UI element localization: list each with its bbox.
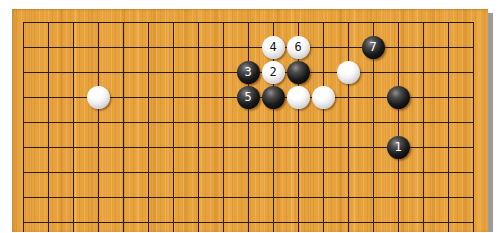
stone-black-L16 <box>262 86 285 109</box>
move-number-label: 1 <box>394 141 401 153</box>
stone-black-Q16 <box>387 86 410 109</box>
stone-white-O17 <box>337 61 360 84</box>
go-diagram: 4673251 <box>0 0 500 232</box>
move-number-label: 5 <box>244 91 251 103</box>
stone-white-N16 <box>312 86 335 109</box>
stone-black-K16-move-5: 5 <box>237 86 260 109</box>
stone-white-M16 <box>287 86 310 109</box>
stone-black-M17 <box>287 61 310 84</box>
stone-black-Q14-move-1: 1 <box>387 136 410 159</box>
go-board: 4673251 <box>12 9 488 232</box>
move-number-label: 3 <box>244 66 251 78</box>
move-number-label: 7 <box>369 41 376 53</box>
board-shadow <box>488 13 493 232</box>
move-number-label: 4 <box>269 41 276 53</box>
stone-black-K17-move-3: 3 <box>237 61 260 84</box>
move-number-label: 6 <box>294 41 301 53</box>
stone-white-M18-move-6: 6 <box>287 36 310 59</box>
stone-white-L17-move-2: 2 <box>262 61 285 84</box>
move-number-label: 2 <box>269 66 276 78</box>
stone-white-L18-move-4: 4 <box>262 36 285 59</box>
stones-layer: 4673251 <box>11 10 486 233</box>
stone-black-P18-move-7: 7 <box>362 36 385 59</box>
stone-white-D16 <box>87 86 110 109</box>
